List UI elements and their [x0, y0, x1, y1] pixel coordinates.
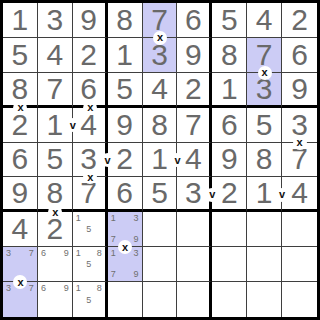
given-digit: 8: [221, 40, 238, 70]
given-digit: 8: [46, 178, 63, 208]
candidate-digit: 7: [111, 235, 116, 244]
cell-r2c6[interactable]: 9: [177, 38, 212, 73]
cell-r4c6[interactable]: 7: [177, 108, 212, 143]
given-digit: 1: [46, 110, 63, 140]
cell-r6c4[interactable]: 6: [108, 177, 143, 212]
cell-r8c2[interactable]: 69: [38, 247, 73, 282]
cell-r9c8[interactable]: [247, 282, 282, 317]
given-digit: 1: [116, 40, 133, 70]
v-sum5-mark: v: [66, 118, 80, 132]
cell-r3c4[interactable]: 5: [108, 73, 143, 108]
candidate-digit: 9: [134, 235, 139, 244]
given-digit: 6: [185, 5, 202, 35]
cell-r8c8[interactable]: [247, 247, 282, 282]
cell-r5c2[interactable]: 5: [38, 143, 73, 178]
cell-r2c4[interactable]: 1: [108, 38, 143, 73]
given-digit: 8: [256, 144, 273, 174]
cell-r5c8[interactable]: 8: [247, 143, 282, 178]
cell-r8c5[interactable]: [143, 247, 178, 282]
cell-r7c9[interactable]: [282, 212, 317, 247]
cell-r1c9[interactable]: 2: [282, 3, 317, 38]
candidate-digit: 5: [86, 225, 91, 234]
given-digit: 9: [12, 178, 29, 208]
cell-r5c1[interactable]: 6: [3, 143, 38, 178]
v-sum5-mark: v: [275, 188, 289, 202]
candidate-digit: 1: [76, 249, 81, 258]
given-digit: 4: [151, 74, 168, 104]
cell-r4c4[interactable]: 9: [108, 108, 143, 143]
given-digit: 5: [12, 40, 29, 70]
cell-r4c5[interactable]: 8: [143, 108, 178, 143]
cell-r6c5[interactable]: 5: [143, 177, 178, 212]
given-digit: 1: [221, 74, 238, 104]
given-digit: 2: [185, 74, 202, 104]
v-sum5-mark: v: [101, 153, 115, 167]
candidate-digit: 1: [111, 249, 116, 258]
given-digit: 9: [221, 144, 238, 174]
cell-r1c8[interactable]: 4: [247, 3, 282, 38]
cell-r7c5[interactable]: [143, 212, 178, 247]
cell-r1c6[interactable]: 6: [177, 3, 212, 38]
given-digit: 8: [12, 74, 29, 104]
candidate-digit: 3: [134, 214, 139, 223]
given-digit: 2: [116, 144, 133, 174]
cell-r9c9[interactable]: [282, 282, 317, 317]
given-digit: 4: [46, 40, 63, 70]
given-digit: 5: [256, 110, 273, 140]
given-digit: 6: [291, 40, 308, 70]
given-digit: 5: [151, 178, 168, 208]
given-digit: 6: [116, 178, 133, 208]
candidate-digit: 1: [76, 284, 81, 293]
cell-r8c3[interactable]: 185: [73, 247, 108, 282]
x-sum10-mark: x: [13, 101, 27, 115]
cell-r9c5[interactable]: [143, 282, 178, 317]
given-digit: 4: [291, 178, 308, 208]
cell-r4c8[interactable]: 5: [247, 108, 282, 143]
given-digit: 6: [12, 144, 29, 174]
given-digit: 9: [116, 110, 133, 140]
given-digit: 4: [12, 214, 29, 244]
cell-r2c3[interactable]: 2: [73, 38, 108, 73]
cell-r9c2[interactable]: 69: [38, 282, 73, 317]
candidate-digit: 8: [97, 249, 102, 258]
candidate-digit: 3: [6, 249, 11, 258]
given-digit: 5: [221, 5, 238, 35]
given-digit: 7: [185, 110, 202, 140]
x-sum10-mark: x: [13, 275, 27, 289]
cell-r8c9[interactable]: [282, 247, 317, 282]
cell-r1c2[interactable]: 3: [38, 3, 73, 38]
given-digit: 9: [185, 40, 202, 70]
candidate-digit: 5: [86, 295, 91, 304]
given-digit: 7: [46, 74, 63, 104]
candidate-digit: 5: [86, 260, 91, 269]
candidate-digit: 6: [41, 284, 46, 293]
given-digit: 8: [116, 5, 133, 35]
cell-r1c3[interactable]: 9: [73, 3, 108, 38]
cell-r5c7[interactable]: 9: [212, 143, 247, 178]
x-sum10-mark: x: [153, 31, 167, 45]
cell-r2c2[interactable]: 4: [38, 38, 73, 73]
candidate-digit: 3: [134, 249, 139, 258]
given-digit: 6: [221, 110, 238, 140]
cell-r3c6[interactable]: 2: [177, 73, 212, 108]
given-digit: 3: [185, 178, 202, 208]
cell-r3c5[interactable]: 4: [143, 73, 178, 108]
cell-r8c7[interactable]: [212, 247, 247, 282]
x-sum10-mark: x: [258, 66, 272, 80]
cell-r9c7[interactable]: [212, 282, 247, 317]
candidate-digit: 1: [76, 214, 81, 223]
cell-r9c6[interactable]: [177, 282, 212, 317]
given-digit: 4: [185, 144, 202, 174]
cell-r2c9[interactable]: 6: [282, 38, 317, 73]
v-sum5-mark: v: [170, 153, 184, 167]
cell-r3c7[interactable]: 1: [212, 73, 247, 108]
x-sum10-mark: x: [118, 240, 132, 254]
given-digit: 4: [256, 5, 273, 35]
sudoku-board: 1398765425421398768765421392149876536532…: [0, 0, 320, 320]
given-digit: 2: [291, 5, 308, 35]
given-digit: 2: [221, 178, 238, 208]
cell-r7c1[interactable]: 4: [3, 212, 38, 247]
v-sum5-mark: v: [205, 188, 219, 202]
cell-r3c9[interactable]: 9: [282, 73, 317, 108]
x-sum10-mark: x: [48, 205, 62, 219]
cell-r6c1[interactable]: 9: [3, 177, 38, 212]
cell-r7c6[interactable]: [177, 212, 212, 247]
cell-r3c2[interactable]: 7: [38, 73, 73, 108]
cell-r7c7[interactable]: [212, 212, 247, 247]
candidate-digit: 6: [41, 249, 46, 258]
given-digit: 5: [116, 74, 133, 104]
given-digit: 1: [12, 5, 29, 35]
cell-r2c7[interactable]: 8: [212, 38, 247, 73]
given-digit: 1: [151, 144, 168, 174]
given-digit: 6: [80, 74, 97, 104]
x-sum10-mark: x: [83, 101, 97, 115]
given-digit: 5: [46, 144, 63, 174]
candidate-digit: 9: [64, 249, 69, 258]
candidate-digit: 7: [29, 284, 34, 293]
sudoku-app: 1398765425421398768765421392149876536532…: [0, 0, 320, 320]
candidate-digit: 9: [64, 284, 69, 293]
cell-r7c8[interactable]: [247, 212, 282, 247]
candidate-digit: 7: [29, 249, 34, 258]
cell-r1c4[interactable]: 8: [108, 3, 143, 38]
candidate-digit: 9: [134, 270, 139, 279]
candidate-digit: 3: [6, 284, 11, 293]
given-digit: 1: [256, 178, 273, 208]
given-digit: 3: [46, 5, 63, 35]
x-sum10-mark: x: [293, 136, 307, 150]
x-sum10-mark: x: [83, 170, 97, 184]
given-digit: 9: [80, 5, 97, 35]
given-digit: 8: [151, 110, 168, 140]
cell-r1c1[interactable]: 1: [3, 3, 38, 38]
cell-r9c4[interactable]: [108, 282, 143, 317]
cell-r8c6[interactable]: [177, 247, 212, 282]
cell-r7c3[interactable]: 15: [73, 212, 108, 247]
candidate-digit: 1: [111, 214, 116, 223]
given-digit: 9: [291, 74, 308, 104]
candidate-digit: 8: [97, 284, 102, 293]
cell-r9c3[interactable]: 185: [73, 282, 108, 317]
cell-r1c7[interactable]: 5: [212, 3, 247, 38]
cell-r2c1[interactable]: 5: [3, 38, 38, 73]
cell-r4c7[interactable]: 6: [212, 108, 247, 143]
given-digit: 2: [80, 40, 97, 70]
candidate-digit: 7: [111, 270, 116, 279]
